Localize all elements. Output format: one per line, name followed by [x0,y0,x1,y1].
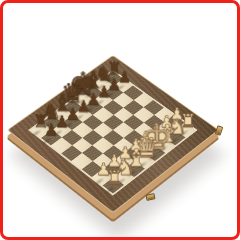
board-scene: ♜♞♝♛♚♝♞♜♟♟♟♟♟♟♟♟♟♟♟♟♟♟♟♟♜♞♝♛♚♝♞♜ [3,3,237,237]
board-grid [28,69,198,195]
chess-board: ♜♞♝♛♚♝♞♜♟♟♟♟♟♟♟♟♟♟♟♟♟♟♟♟♜♞♝♛♚♝♞♜ [7,55,219,213]
chess-set-product-photo[interactable]: ♜♞♝♛♚♝♞♜♟♟♟♟♟♟♟♟♟♟♟♟♟♟♟♟♜♞♝♛♚♝♞♜ [0,0,240,240]
